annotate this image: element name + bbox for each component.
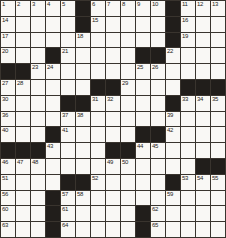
cell[interactable] <box>16 33 30 48</box>
black-cell <box>211 80 225 95</box>
cell[interactable]: 43 <box>46 143 60 158</box>
clue-number: 11 <box>182 1 188 8</box>
cell[interactable]: 38 <box>76 112 90 127</box>
clue-number: 47 <box>17 159 23 166</box>
cell[interactable] <box>166 64 180 79</box>
cell[interactable]: 5 <box>61 1 75 16</box>
black-cell <box>46 222 60 237</box>
clue-number: 63 <box>2 222 8 229</box>
clue-number: 45 <box>152 143 158 150</box>
cell[interactable] <box>61 143 75 158</box>
clue-number: 12 <box>197 1 203 8</box>
cell[interactable]: 27 <box>1 80 15 95</box>
cell[interactable] <box>106 48 120 63</box>
cell[interactable] <box>91 64 105 79</box>
cell[interactable] <box>136 159 150 174</box>
cell[interactable]: 22 <box>166 48 180 63</box>
cell[interactable]: 33 <box>181 96 195 111</box>
cell[interactable] <box>106 206 120 221</box>
cell[interactable] <box>196 17 210 32</box>
cell[interactable] <box>181 143 195 158</box>
cell[interactable] <box>151 112 165 127</box>
clue-number: 18 <box>77 33 83 40</box>
black-cell <box>196 80 210 95</box>
cell[interactable] <box>166 143 180 158</box>
cell[interactable] <box>91 33 105 48</box>
cell[interactable]: 55 <box>211 175 225 190</box>
cell[interactable] <box>31 206 45 221</box>
cell[interactable]: 50 <box>121 159 135 174</box>
cell[interactable]: 36 <box>1 112 15 127</box>
cell[interactable] <box>211 191 225 206</box>
cell[interactable] <box>166 206 180 221</box>
clue-number: 40 <box>2 127 8 134</box>
cell[interactable]: 63 <box>1 222 15 237</box>
cell[interactable]: 61 <box>61 206 75 221</box>
cell[interactable] <box>46 80 60 95</box>
cell[interactable] <box>181 48 195 63</box>
cell[interactable] <box>76 64 90 79</box>
clue-number: 20 <box>2 48 8 55</box>
cell[interactable] <box>136 191 150 206</box>
clue-number: 21 <box>62 48 68 55</box>
black-cell <box>136 127 150 142</box>
cell[interactable]: 21 <box>61 48 75 63</box>
cell[interactable] <box>181 64 195 79</box>
cell[interactable] <box>76 80 90 95</box>
black-cell <box>16 64 30 79</box>
cell[interactable] <box>106 112 120 127</box>
cell[interactable] <box>121 127 135 142</box>
cell[interactable] <box>106 175 120 190</box>
cell[interactable] <box>196 191 210 206</box>
clue-number: 5 <box>62 1 65 8</box>
clue-number: 30 <box>2 96 8 103</box>
cell[interactable] <box>61 17 75 32</box>
cell[interactable] <box>196 206 210 221</box>
cell[interactable]: 16 <box>181 17 195 32</box>
clue-number: 24 <box>47 64 53 71</box>
cell[interactable]: 19 <box>181 33 195 48</box>
cell[interactable]: 10 <box>151 1 165 16</box>
cell[interactable] <box>46 175 60 190</box>
cell[interactable]: 49 <box>106 159 120 174</box>
clue-number: 61 <box>62 206 68 213</box>
cell[interactable] <box>151 17 165 32</box>
cell[interactable] <box>106 222 120 237</box>
cell[interactable] <box>76 159 90 174</box>
clue-number: 6 <box>92 1 95 8</box>
cell[interactable] <box>181 112 195 127</box>
clue-number: 48 <box>32 159 38 166</box>
cell[interactable] <box>181 191 195 206</box>
black-cell <box>166 96 180 111</box>
cell[interactable] <box>31 222 45 237</box>
clue-number: 58 <box>77 191 83 198</box>
black-cell <box>46 206 60 221</box>
clue-number: 64 <box>62 222 68 229</box>
cell[interactable]: 25 <box>136 64 150 79</box>
cell[interactable] <box>46 17 60 32</box>
cell[interactable] <box>166 159 180 174</box>
cell[interactable]: 34 <box>196 96 210 111</box>
clue-number: 19 <box>182 33 188 40</box>
cell[interactable] <box>16 127 30 142</box>
cell[interactable] <box>196 64 210 79</box>
cell[interactable] <box>16 175 30 190</box>
cell[interactable] <box>61 33 75 48</box>
cell[interactable] <box>46 33 60 48</box>
cell[interactable] <box>166 80 180 95</box>
cell[interactable]: 41 <box>61 127 75 142</box>
cell[interactable] <box>91 206 105 221</box>
cell[interactable] <box>166 222 180 237</box>
cell[interactable] <box>31 112 45 127</box>
cell[interactable] <box>76 143 90 158</box>
cell[interactable] <box>121 33 135 48</box>
clue-number: 13 <box>212 1 218 8</box>
cell[interactable] <box>16 112 30 127</box>
cell[interactable] <box>91 112 105 127</box>
cell[interactable] <box>136 80 150 95</box>
cell[interactable] <box>181 222 195 237</box>
clue-number: 65 <box>152 222 158 229</box>
cell[interactable]: 39 <box>166 112 180 127</box>
black-cell <box>166 175 180 190</box>
clue-number: 1 <box>2 1 5 8</box>
cell[interactable]: 32 <box>106 96 120 111</box>
cell[interactable]: 20 <box>1 48 15 63</box>
black-cell <box>181 80 195 95</box>
clue-number: 41 <box>62 127 68 134</box>
cell[interactable]: 48 <box>31 159 45 174</box>
cell[interactable] <box>31 33 45 48</box>
cell[interactable] <box>106 191 120 206</box>
cell[interactable] <box>61 80 75 95</box>
black-cell <box>46 127 60 142</box>
clue-number: 42 <box>167 127 173 134</box>
clue-number: 57 <box>62 191 68 198</box>
clue-number: 33 <box>182 96 188 103</box>
cell[interactable] <box>91 48 105 63</box>
black-cell <box>76 17 90 32</box>
cell[interactable]: 3 <box>31 1 45 16</box>
cell[interactable] <box>181 206 195 221</box>
cell[interactable] <box>211 143 225 158</box>
cell[interactable] <box>151 80 165 95</box>
clue-number: 15 <box>92 17 98 24</box>
clue-number: 46 <box>2 159 8 166</box>
cell[interactable] <box>151 96 165 111</box>
cell[interactable]: 58 <box>76 191 90 206</box>
black-cell <box>31 143 45 158</box>
clue-number: 55 <box>212 175 218 182</box>
cell[interactable]: 57 <box>61 191 75 206</box>
clue-number: 44 <box>137 143 143 150</box>
cell[interactable] <box>61 64 75 79</box>
cell[interactable] <box>46 112 60 127</box>
cell[interactable]: 17 <box>1 33 15 48</box>
cell[interactable] <box>181 127 195 142</box>
clue-number: 23 <box>32 64 38 71</box>
clue-number: 3 <box>32 1 35 8</box>
cell[interactable]: 23 <box>31 64 45 79</box>
cell[interactable]: 30 <box>1 96 15 111</box>
cell[interactable]: 53 <box>181 175 195 190</box>
black-cell <box>16 143 30 158</box>
cell[interactable] <box>136 33 150 48</box>
black-cell <box>166 17 180 32</box>
cell[interactable]: 62 <box>151 206 165 221</box>
cell[interactable] <box>106 64 120 79</box>
cell[interactable] <box>31 48 45 63</box>
clue-number: 38 <box>77 112 83 119</box>
clue-number: 25 <box>137 64 143 71</box>
cell[interactable]: 29 <box>121 80 135 95</box>
clue-number: 2 <box>17 1 20 8</box>
cell[interactable] <box>31 191 45 206</box>
black-cell <box>136 222 150 237</box>
cell[interactable] <box>76 206 90 221</box>
clue-number: 49 <box>107 159 113 166</box>
black-cell <box>61 96 75 111</box>
cell[interactable]: 46 <box>1 159 15 174</box>
cell[interactable] <box>136 112 150 127</box>
cell[interactable] <box>46 96 60 111</box>
cell[interactable] <box>16 48 30 63</box>
clue-number: 16 <box>182 17 188 24</box>
cell[interactable] <box>16 96 30 111</box>
cell[interactable]: 35 <box>211 96 225 111</box>
clue-number: 32 <box>107 96 113 103</box>
cell[interactable] <box>121 112 135 127</box>
black-cell <box>1 64 15 79</box>
clue-number: 4 <box>47 1 50 8</box>
cell[interactable]: 59 <box>166 191 180 206</box>
cell[interactable] <box>211 48 225 63</box>
cell[interactable] <box>91 159 105 174</box>
cell[interactable] <box>31 175 45 190</box>
black-cell <box>91 80 105 95</box>
cell[interactable] <box>16 191 30 206</box>
cell[interactable] <box>76 127 90 142</box>
cell[interactable] <box>46 159 60 174</box>
cell[interactable]: 44 <box>136 143 150 158</box>
clue-number: 31 <box>92 96 98 103</box>
black-cell <box>211 159 225 174</box>
cell[interactable] <box>121 48 135 63</box>
cell[interactable] <box>181 159 195 174</box>
cell[interactable]: 14 <box>1 17 15 32</box>
cell[interactable] <box>196 33 210 48</box>
cell[interactable] <box>91 191 105 206</box>
clue-number: 9 <box>137 1 140 8</box>
clue-number: 10 <box>152 1 158 8</box>
cell[interactable] <box>16 222 30 237</box>
black-cell <box>76 96 90 111</box>
cell[interactable] <box>196 48 210 63</box>
cell[interactable] <box>136 175 150 190</box>
clue-number: 29 <box>122 80 128 87</box>
cell[interactable]: 52 <box>91 175 105 190</box>
cell[interactable]: 31 <box>91 96 105 111</box>
cell[interactable]: 18 <box>76 33 90 48</box>
cell[interactable] <box>91 222 105 237</box>
cell[interactable] <box>151 175 165 190</box>
black-cell <box>121 143 135 158</box>
cell[interactable]: 7 <box>106 1 120 16</box>
cell[interactable] <box>136 17 150 32</box>
black-cell <box>46 191 60 206</box>
cell[interactable] <box>211 127 225 142</box>
cell[interactable]: 37 <box>61 112 75 127</box>
cell[interactable]: 24 <box>46 64 60 79</box>
cell[interactable] <box>121 222 135 237</box>
cell[interactable] <box>196 222 210 237</box>
cell[interactable] <box>196 112 210 127</box>
cell[interactable] <box>31 127 45 142</box>
cell[interactable] <box>211 206 225 221</box>
black-cell <box>136 48 150 63</box>
cell[interactable]: 1 <box>1 1 15 16</box>
cell[interactable]: 11 <box>181 1 195 16</box>
clue-number: 53 <box>182 175 188 182</box>
clue-number: 36 <box>2 112 8 119</box>
black-cell <box>166 1 180 16</box>
cell[interactable] <box>91 127 105 142</box>
cell[interactable]: 56 <box>1 191 15 206</box>
cell[interactable] <box>121 64 135 79</box>
cell[interactable] <box>31 17 45 32</box>
cell[interactable]: 13 <box>211 1 225 16</box>
cell[interactable] <box>121 206 135 221</box>
black-cell <box>76 175 90 190</box>
cell[interactable]: 12 <box>196 1 210 16</box>
cell[interactable] <box>121 175 135 190</box>
clue-number: 37 <box>62 112 68 119</box>
clue-number: 35 <box>212 96 218 103</box>
black-cell <box>1 143 15 158</box>
black-cell <box>151 48 165 63</box>
cell[interactable]: 9 <box>136 1 150 16</box>
black-cell <box>106 80 120 95</box>
clue-number: 39 <box>167 112 173 119</box>
cell[interactable] <box>211 112 225 127</box>
black-cell <box>106 143 120 158</box>
clue-number: 8 <box>122 1 125 8</box>
cell[interactable] <box>196 143 210 158</box>
clue-number: 34 <box>197 96 203 103</box>
cell[interactable]: 45 <box>151 143 165 158</box>
cell[interactable]: 26 <box>151 64 165 79</box>
crossword-grid: 1234567891011121314151617181920212223242… <box>0 0 226 238</box>
cell[interactable] <box>61 159 75 174</box>
cell[interactable] <box>76 222 90 237</box>
cell[interactable]: 6 <box>91 1 105 16</box>
clue-number: 54 <box>197 175 203 182</box>
cell[interactable]: 4 <box>46 1 60 16</box>
cell[interactable]: 15 <box>91 17 105 32</box>
cell[interactable] <box>211 222 225 237</box>
cell[interactable] <box>16 206 30 221</box>
clue-number: 7 <box>107 1 110 8</box>
cell[interactable] <box>91 143 105 158</box>
cell[interactable]: 54 <box>196 175 210 190</box>
clue-number: 14 <box>2 17 8 24</box>
clue-number: 56 <box>2 191 8 198</box>
cell[interactable]: 51 <box>1 175 15 190</box>
clue-number: 27 <box>2 80 8 87</box>
cell[interactable] <box>106 17 120 32</box>
clue-number: 59 <box>167 191 173 198</box>
cell[interactable]: 65 <box>151 222 165 237</box>
cell[interactable]: 28 <box>16 80 30 95</box>
cell[interactable]: 8 <box>121 1 135 16</box>
cell[interactable]: 60 <box>1 206 15 221</box>
cell[interactable] <box>31 80 45 95</box>
black-cell <box>166 33 180 48</box>
clue-number: 28 <box>17 80 23 87</box>
cell[interactable] <box>121 191 135 206</box>
black-cell <box>151 127 165 142</box>
cell[interactable] <box>121 17 135 32</box>
clue-number: 60 <box>2 206 8 213</box>
clue-number: 62 <box>152 206 158 213</box>
cell[interactable] <box>211 17 225 32</box>
cell[interactable] <box>151 191 165 206</box>
cell[interactable] <box>211 33 225 48</box>
clue-number: 52 <box>92 175 98 182</box>
clue-number: 51 <box>2 175 8 182</box>
cell[interactable] <box>211 64 225 79</box>
cell[interactable] <box>136 96 150 111</box>
black-cell <box>196 159 210 174</box>
cell[interactable] <box>31 96 45 111</box>
cell[interactable] <box>106 33 120 48</box>
cell[interactable] <box>151 33 165 48</box>
clue-number: 17 <box>2 33 8 40</box>
cell[interactable]: 2 <box>16 1 30 16</box>
black-cell <box>136 206 150 221</box>
cell[interactable] <box>196 127 210 142</box>
cell[interactable] <box>121 96 135 111</box>
cell[interactable] <box>76 48 90 63</box>
black-cell <box>61 175 75 190</box>
cell[interactable]: 40 <box>1 127 15 142</box>
clue-number: 26 <box>152 64 158 71</box>
clue-number: 22 <box>167 48 173 55</box>
cell[interactable]: 64 <box>61 222 75 237</box>
clue-number: 50 <box>122 159 128 166</box>
cell[interactable] <box>151 159 165 174</box>
clue-number: 43 <box>47 143 53 150</box>
cell[interactable] <box>106 127 120 142</box>
cell[interactable] <box>16 17 30 32</box>
cell[interactable]: 47 <box>16 159 30 174</box>
black-cell <box>46 48 60 63</box>
cell[interactable]: 42 <box>166 127 180 142</box>
black-cell <box>76 1 90 16</box>
